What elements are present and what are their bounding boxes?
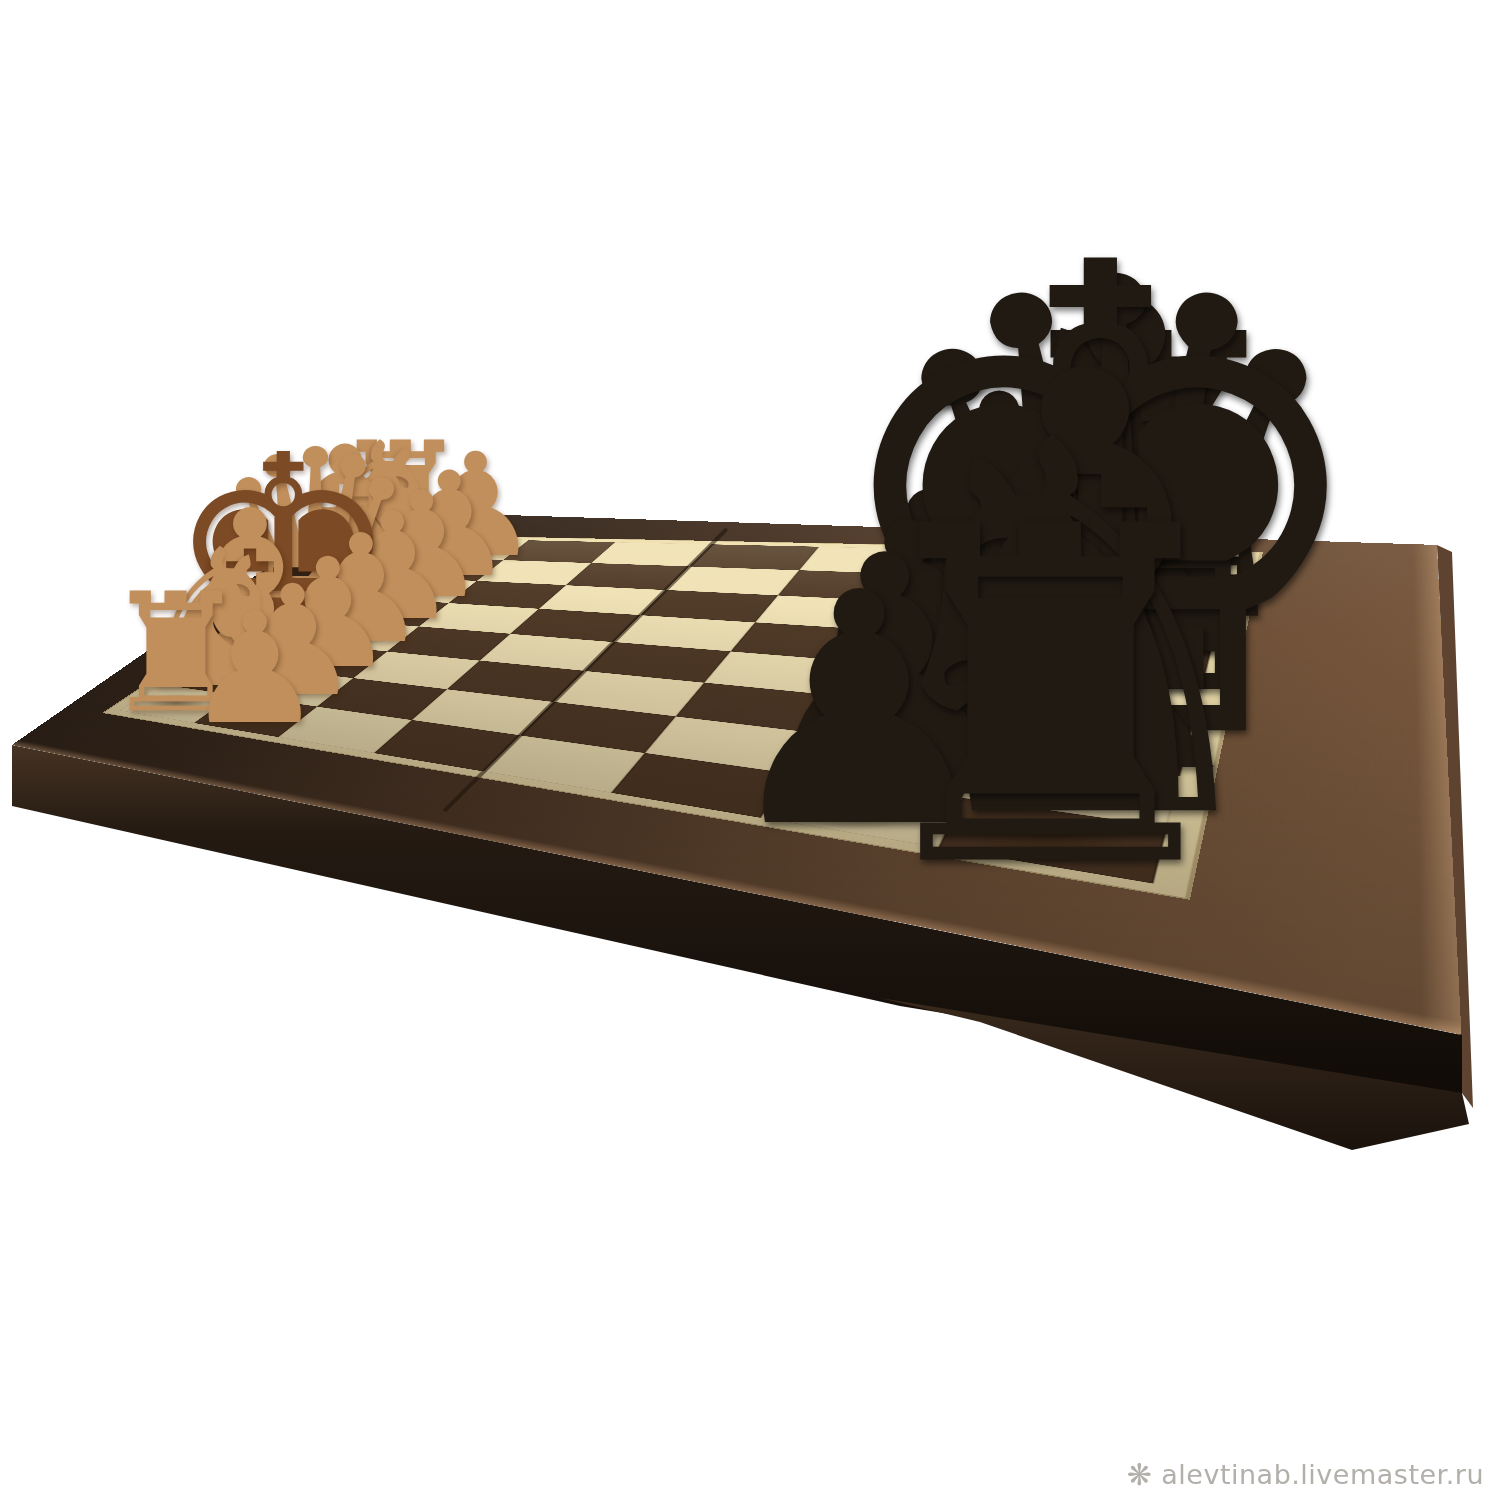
pieces-layer: ♜♞♝♛♚♝♞♜♟♟♟♟♟♟♟♟♟♟♟♟♟♟♟♟♜♞♝♛♚♝♞♜	[0, 0, 1500, 1500]
piece-glyph: ♟	[186, 592, 324, 746]
product-photo-stage: ♜♞♝♛♚♝♞♜♟♟♟♟♟♟♟♟♟♟♟♟♟♟♟♟♜♞♝♛♚♝♞♜ ❋ alevt…	[0, 0, 1500, 1500]
watermark: ❋ alevtinab.livemaster.ru	[1127, 1459, 1484, 1490]
piece-glyph: ♜	[843, 468, 1258, 931]
watermark-text: alevtinab.livemaster.ru	[1161, 1459, 1484, 1490]
livemaster-logo-icon: ❋	[1127, 1460, 1153, 1490]
